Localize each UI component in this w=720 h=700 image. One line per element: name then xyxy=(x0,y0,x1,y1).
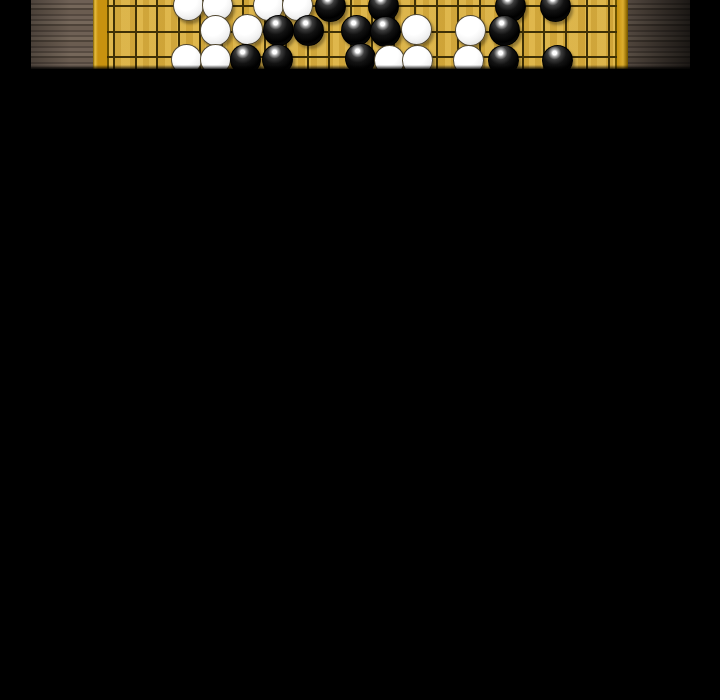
stones-layer xyxy=(0,0,720,69)
comic-panel xyxy=(0,0,720,69)
black-stone xyxy=(293,15,324,46)
white-stone xyxy=(401,14,432,45)
black-stone xyxy=(370,16,401,47)
white-stone xyxy=(173,0,204,21)
black-stone xyxy=(489,15,520,46)
panel-crop-edge xyxy=(0,65,720,69)
white-stone xyxy=(200,15,231,46)
black-stone xyxy=(540,0,571,22)
black-stone xyxy=(263,15,294,46)
black-stone xyxy=(341,15,372,46)
white-stone xyxy=(232,14,263,45)
white-stone xyxy=(455,15,486,46)
page-background xyxy=(0,0,720,700)
